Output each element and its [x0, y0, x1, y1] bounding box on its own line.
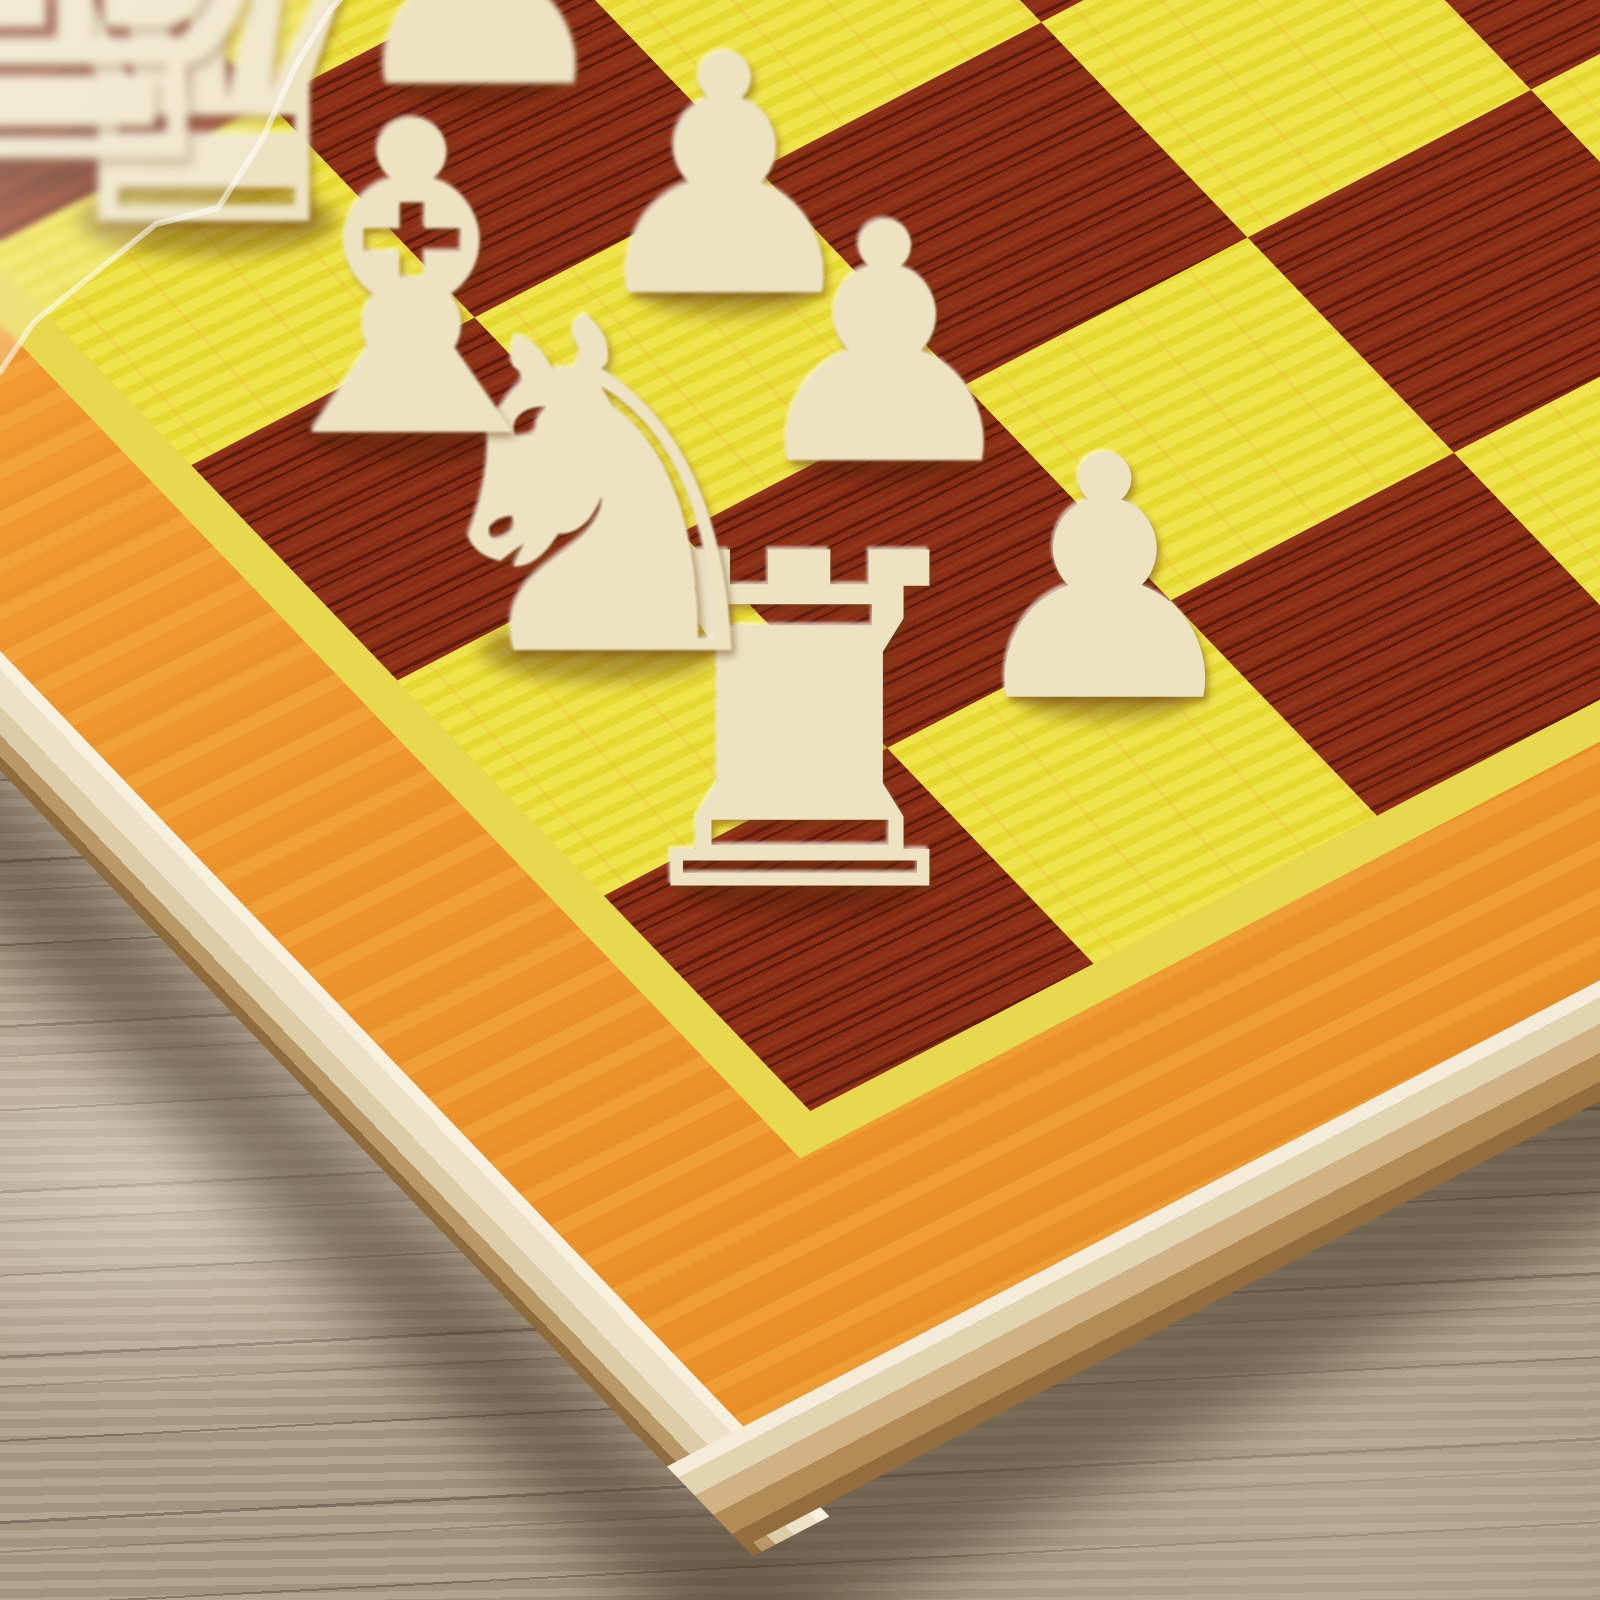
photo-scene: ♜♟♞♟♝♟♛♟♚: [0, 0, 1600, 1600]
piece-white-pawn-b4[interactable]: ♟: [337, 0, 624, 132]
